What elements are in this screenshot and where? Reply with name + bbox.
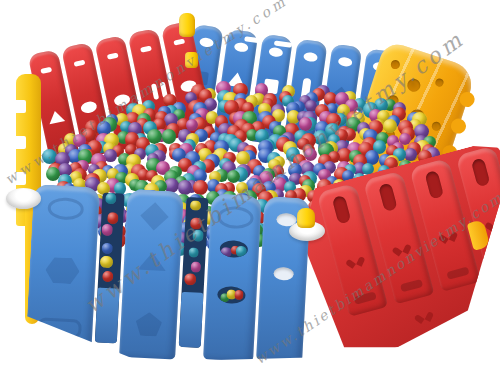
connector-ring bbox=[6, 188, 41, 209]
plastic-ball bbox=[73, 168, 88, 183]
plastic-ball bbox=[172, 148, 187, 163]
plastic-ball bbox=[262, 168, 275, 181]
plastic-ball bbox=[236, 164, 251, 179]
plastic-ball bbox=[236, 182, 248, 194]
plastic-ball bbox=[115, 172, 128, 185]
panel-hole bbox=[408, 107, 427, 126]
plastic-ball bbox=[223, 152, 236, 165]
oval-hole bbox=[273, 267, 294, 281]
diamond-emboss bbox=[140, 202, 168, 230]
oval-window bbox=[219, 240, 248, 258]
plastic-ball bbox=[193, 161, 206, 174]
plastic-ball bbox=[192, 230, 204, 242]
plastic-ball bbox=[151, 175, 165, 189]
plastic-ball bbox=[185, 151, 200, 166]
plastic-ball bbox=[223, 182, 236, 195]
plastic-ball bbox=[236, 151, 250, 165]
plastic-ball bbox=[190, 200, 201, 211]
plastic-ball bbox=[219, 158, 232, 171]
plastic-ball bbox=[259, 171, 273, 185]
connector-knob bbox=[297, 208, 315, 228]
plastic-ball bbox=[298, 160, 313, 175]
plastic-ball bbox=[92, 169, 107, 184]
plastic-ball bbox=[301, 162, 315, 176]
plastic-ball bbox=[246, 178, 261, 193]
heart-cutout bbox=[487, 217, 500, 229]
panel-hole bbox=[390, 59, 401, 70]
plastic-ball bbox=[113, 164, 128, 179]
plastic-ball bbox=[207, 179, 221, 193]
plastic-ball bbox=[107, 168, 120, 181]
panel-hole bbox=[404, 146, 420, 162]
plastic-ball bbox=[209, 171, 221, 183]
plastic-ball bbox=[146, 158, 161, 173]
plastic-ball bbox=[164, 170, 179, 185]
plastic-ball bbox=[205, 154, 219, 168]
plastic-ball bbox=[131, 164, 146, 179]
panel-hole bbox=[431, 121, 442, 132]
plastic-ball bbox=[70, 171, 82, 183]
plastic-ball bbox=[102, 271, 114, 283]
plastic-ball bbox=[179, 143, 193, 157]
plastic-ball bbox=[102, 165, 115, 178]
panel-hole bbox=[434, 78, 444, 88]
plastic-ball bbox=[85, 173, 100, 188]
oval-window bbox=[217, 286, 246, 304]
fence-slat bbox=[25, 184, 100, 357]
plastic-ball bbox=[137, 169, 150, 182]
plastic-ball bbox=[227, 170, 240, 183]
connector-knob bbox=[179, 13, 195, 37]
plastic-ball bbox=[107, 212, 119, 224]
plastic-ball bbox=[156, 161, 170, 175]
plastic-ball bbox=[125, 173, 139, 187]
plastic-ball bbox=[233, 167, 248, 182]
plastic-ball bbox=[102, 242, 113, 253]
plastic-ball bbox=[323, 161, 336, 174]
connector-knob bbox=[185, 52, 198, 68]
plastic-ball bbox=[204, 140, 217, 153]
oval-emboss bbox=[47, 197, 84, 221]
heart-cutout bbox=[474, 298, 487, 310]
plastic-ball bbox=[214, 140, 229, 155]
plastic-ball bbox=[195, 143, 208, 156]
plastic-ball bbox=[253, 165, 266, 178]
plastic-ball bbox=[243, 145, 257, 159]
post-notch bbox=[14, 136, 26, 149]
plastic-ball bbox=[169, 148, 181, 160]
heart-cutout bbox=[394, 242, 407, 254]
panel-hole bbox=[384, 129, 397, 142]
plastic-ball bbox=[126, 154, 141, 169]
plastic-ball bbox=[213, 148, 228, 163]
plastic-ball bbox=[302, 171, 317, 186]
pentagon-emboss bbox=[135, 312, 162, 337]
plastic-ball bbox=[235, 246, 246, 257]
plastic-ball bbox=[267, 152, 281, 166]
plastic-ball bbox=[273, 156, 285, 168]
blue-front-fence bbox=[25, 184, 326, 366]
plastic-ball bbox=[164, 178, 179, 193]
plastic-ball bbox=[190, 262, 201, 273]
panel-hole bbox=[406, 77, 422, 93]
plastic-ball bbox=[146, 170, 158, 182]
plastic-ball bbox=[334, 167, 349, 182]
plastic-ball bbox=[299, 185, 312, 198]
plastic-ball bbox=[198, 148, 212, 162]
plastic-ball bbox=[100, 255, 113, 268]
panel-hole bbox=[386, 94, 400, 108]
plastic-ball bbox=[187, 165, 201, 179]
plastic-ball bbox=[289, 173, 302, 186]
post-notch bbox=[14, 172, 26, 185]
plastic-ball bbox=[288, 163, 303, 178]
heart-cutout bbox=[441, 229, 454, 241]
plastic-ball bbox=[318, 154, 332, 168]
plastic-ball bbox=[102, 224, 114, 236]
plastic-ball bbox=[318, 169, 331, 182]
plastic-ball bbox=[105, 193, 116, 204]
plastic-ball bbox=[190, 217, 203, 230]
plastic-ball bbox=[234, 290, 244, 300]
plastic-ball bbox=[258, 148, 273, 163]
plastic-ball bbox=[242, 150, 256, 164]
fence-slat bbox=[119, 189, 184, 360]
hexagon-emboss bbox=[45, 257, 80, 285]
plastic-ball bbox=[268, 159, 281, 172]
bar-emboss bbox=[37, 317, 82, 338]
plastic-ball bbox=[247, 159, 262, 174]
plastic-ball bbox=[284, 181, 296, 193]
fence-slat bbox=[203, 193, 262, 361]
plastic-ball bbox=[189, 247, 200, 258]
plastic-ball bbox=[272, 177, 287, 192]
plastic-ball bbox=[201, 159, 215, 173]
plastic-ball bbox=[95, 161, 107, 173]
plastic-ball bbox=[313, 163, 326, 176]
plastic-ball bbox=[252, 183, 266, 197]
heart-cutout bbox=[348, 254, 361, 266]
oval-emboss bbox=[217, 206, 254, 230]
plastic-ball bbox=[299, 175, 311, 187]
product-photo: www.thietbimamnonvietmy.com www.thietbim… bbox=[0, 0, 500, 366]
plastic-ball bbox=[124, 163, 137, 176]
panel-hole bbox=[366, 152, 376, 162]
red-back-fence bbox=[28, 20, 219, 171]
plastic-ball bbox=[215, 169, 228, 182]
plastic-ball bbox=[169, 166, 182, 179]
plastic-ball bbox=[274, 174, 289, 189]
plastic-ball bbox=[220, 246, 231, 257]
plastic-ball bbox=[152, 150, 165, 163]
plastic-ball bbox=[178, 158, 192, 172]
plastic-ball bbox=[147, 153, 159, 165]
plastic-ball bbox=[249, 175, 262, 188]
triangle-emboss bbox=[138, 252, 167, 271]
plastic-ball bbox=[272, 165, 285, 178]
plastic-ball bbox=[302, 179, 316, 193]
post-notch bbox=[14, 100, 26, 113]
plastic-ball bbox=[185, 180, 198, 193]
plastic-ball bbox=[175, 176, 187, 188]
plastic-ball bbox=[193, 169, 207, 183]
heart-cutout bbox=[417, 309, 430, 321]
plastic-ball bbox=[222, 161, 236, 175]
plastic-ball bbox=[184, 273, 196, 285]
plastic-ball bbox=[262, 181, 276, 195]
plastic-ball bbox=[88, 164, 101, 177]
plastic-ball bbox=[293, 154, 307, 168]
plastic-ball bbox=[182, 173, 196, 187]
